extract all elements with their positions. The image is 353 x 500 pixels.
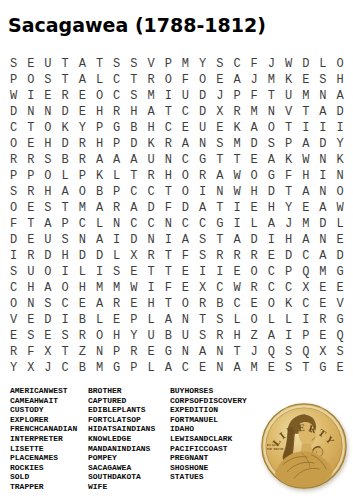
grid-cell[interactable]: O [74, 184, 91, 200]
grid-cell[interactable]: P [297, 328, 314, 344]
grid-cell[interactable]: E [211, 72, 228, 88]
grid-cell[interactable]: D [314, 216, 331, 232]
grid-cell[interactable]: D [332, 248, 349, 264]
grid-cell[interactable]: C [297, 296, 314, 312]
grid-cell[interactable]: Q [297, 264, 314, 280]
grid-cell[interactable]: O [246, 168, 263, 184]
grid-cell[interactable]: S [39, 72, 56, 88]
grid-cell[interactable]: P [125, 312, 142, 328]
grid-cell[interactable]: U [280, 88, 297, 104]
grid-cell[interactable]: I [228, 216, 245, 232]
grid-cell[interactable]: T [160, 184, 177, 200]
grid-cell[interactable]: A [91, 296, 108, 312]
grid-cell[interactable]: E [74, 104, 91, 120]
grid-cell[interactable]: G [194, 152, 211, 168]
grid-cell[interactable]: D [39, 312, 56, 328]
grid-cell[interactable]: E [228, 264, 245, 280]
grid-cell[interactable]: E [5, 328, 22, 344]
grid-cell[interactable]: T [211, 152, 228, 168]
grid-cell[interactable]: E [22, 136, 39, 152]
grid-cell[interactable]: C [263, 280, 280, 296]
grid-cell[interactable]: N [74, 232, 91, 248]
grid-cell[interactable]: R [5, 344, 22, 360]
grid-cell[interactable]: E [314, 328, 331, 344]
grid-cell[interactable]: R [194, 168, 211, 184]
grid-cell[interactable]: A [74, 72, 91, 88]
grid-cell[interactable]: N [211, 184, 228, 200]
grid-cell[interactable]: Q [263, 344, 280, 360]
grid-cell[interactable]: E [177, 120, 194, 136]
grid-cell[interactable]: D [91, 248, 108, 264]
grid-cell[interactable]: N [263, 104, 280, 120]
grid-cell[interactable]: P [108, 136, 125, 152]
grid-cell[interactable]: K [280, 72, 297, 88]
grid-cell[interactable]: R [211, 328, 228, 344]
grid-cell[interactable]: E [263, 360, 280, 376]
grid-cell[interactable]: Y [332, 136, 349, 152]
grid-cell[interactable]: R [143, 72, 160, 88]
grid-cell[interactable]: H [160, 168, 177, 184]
grid-cell[interactable]: A [143, 104, 160, 120]
grid-cell[interactable]: I [314, 168, 331, 184]
grid-cell[interactable]: R [228, 104, 245, 120]
grid-cell[interactable]: U [177, 88, 194, 104]
grid-cell[interactable]: A [314, 200, 331, 216]
grid-cell[interactable]: A [297, 232, 314, 248]
grid-cell[interactable]: O [5, 296, 22, 312]
grid-cell[interactable]: P [57, 216, 74, 232]
grid-cell[interactable]: K [91, 168, 108, 184]
grid-cell[interactable]: V [280, 104, 297, 120]
grid-cell[interactable]: K [280, 152, 297, 168]
grid-cell[interactable]: O [332, 56, 349, 72]
grid-cell[interactable]: H [332, 72, 349, 88]
grid-cell[interactable]: C [228, 56, 245, 72]
grid-cell[interactable]: I [194, 264, 211, 280]
grid-cell[interactable]: K [57, 120, 74, 136]
grid-cell[interactable]: I [228, 200, 245, 216]
grid-cell[interactable]: C [143, 184, 160, 200]
grid-cell[interactable]: R [108, 104, 125, 120]
grid-cell[interactable]: G [160, 344, 177, 360]
grid-cell[interactable]: G [263, 168, 280, 184]
grid-cell[interactable]: E [177, 280, 194, 296]
grid-cell[interactable]: S [263, 136, 280, 152]
grid-cell[interactable]: G [314, 360, 331, 376]
grid-cell[interactable]: A [263, 152, 280, 168]
grid-cell[interactable]: I [297, 120, 314, 136]
grid-cell[interactable]: A [177, 232, 194, 248]
grid-cell[interactable]: H [280, 232, 297, 248]
grid-cell[interactable]: I [263, 232, 280, 248]
grid-cell[interactable]: T [280, 120, 297, 136]
grid-cell[interactable]: M [91, 360, 108, 376]
grid-cell[interactable]: D [177, 200, 194, 216]
grid-cell[interactable]: R [22, 248, 39, 264]
grid-cell[interactable]: E [108, 312, 125, 328]
grid-cell[interactable]: U [194, 120, 211, 136]
grid-cell[interactable]: I [194, 184, 211, 200]
grid-cell[interactable]: Q [297, 344, 314, 360]
grid-cell[interactable]: R [143, 248, 160, 264]
grid-cell[interactable]: N [194, 136, 211, 152]
grid-cell[interactable]: N [160, 152, 177, 168]
grid-cell[interactable]: F [177, 248, 194, 264]
grid-cell[interactable]: P [91, 120, 108, 136]
grid-cell[interactable]: W [280, 56, 297, 72]
grid-cell[interactable]: N [211, 360, 228, 376]
grid-cell[interactable]: T [280, 184, 297, 200]
grid-cell[interactable]: T [160, 248, 177, 264]
grid-cell[interactable]: T [194, 312, 211, 328]
grid-cell[interactable]: X [194, 280, 211, 296]
grid-cell[interactable]: D [194, 88, 211, 104]
grid-cell[interactable]: N [314, 232, 331, 248]
grid-cell[interactable]: I [57, 312, 74, 328]
grid-cell[interactable]: A [314, 248, 331, 264]
grid-cell[interactable]: I [5, 248, 22, 264]
grid-cell[interactable]: E [263, 248, 280, 264]
grid-cell[interactable]: D [143, 200, 160, 216]
grid-cell[interactable]: V [143, 56, 160, 72]
grid-cell[interactable]: M [74, 200, 91, 216]
grid-cell[interactable]: D [125, 232, 142, 248]
grid-cell[interactable]: O [5, 136, 22, 152]
grid-cell[interactable]: T [211, 232, 228, 248]
grid-cell[interactable]: A [125, 152, 142, 168]
grid-cell[interactable]: Q [332, 328, 349, 344]
grid-cell[interactable]: L [332, 216, 349, 232]
grid-cell[interactable]: R [211, 248, 228, 264]
grid-cell[interactable]: N [177, 344, 194, 360]
grid-cell[interactable]: H [108, 328, 125, 344]
grid-cell[interactable]: S [211, 312, 228, 328]
grid-cell[interactable]: F [22, 344, 39, 360]
grid-cell[interactable]: E [39, 88, 56, 104]
grid-cell[interactable]: U [177, 328, 194, 344]
grid-cell[interactable]: E [143, 344, 160, 360]
grid-cell[interactable]: O [246, 312, 263, 328]
grid-cell[interactable]: S [5, 264, 22, 280]
grid-cell[interactable]: E [194, 360, 211, 376]
grid-cell[interactable]: G [108, 120, 125, 136]
grid-cell[interactable]: D [280, 248, 297, 264]
grid-cell[interactable]: F [280, 168, 297, 184]
grid-cell[interactable]: R [57, 88, 74, 104]
grid-cell[interactable]: W [125, 280, 142, 296]
grid-cell[interactable]: R [125, 344, 142, 360]
grid-cell[interactable]: S [39, 200, 56, 216]
grid-cell[interactable]: T [228, 344, 245, 360]
grid-cell[interactable]: P [108, 344, 125, 360]
grid-cell[interactable]: W [228, 184, 245, 200]
grid-cell[interactable]: J [280, 216, 297, 232]
grid-cell[interactable]: I [211, 264, 228, 280]
grid-cell[interactable]: O [263, 296, 280, 312]
grid-cell[interactable]: R [22, 152, 39, 168]
grid-cell[interactable]: E [246, 296, 263, 312]
grid-cell[interactable]: S [22, 328, 39, 344]
grid-cell[interactable]: X [211, 104, 228, 120]
grid-cell[interactable]: N [314, 152, 331, 168]
grid-cell[interactable]: E [297, 72, 314, 88]
grid-cell[interactable]: S [194, 328, 211, 344]
grid-cell[interactable]: A [125, 200, 142, 216]
grid-cell[interactable]: W [332, 200, 349, 216]
grid-cell[interactable]: I [22, 88, 39, 104]
grid-cell[interactable]: C [143, 216, 160, 232]
grid-cell[interactable]: E [177, 264, 194, 280]
grid-cell[interactable]: D [57, 104, 74, 120]
grid-cell[interactable]: T [228, 152, 245, 168]
grid-cell[interactable]: Z [74, 344, 91, 360]
grid-cell[interactable]: O [91, 88, 108, 104]
grid-cell[interactable]: L [91, 72, 108, 88]
grid-cell[interactable]: A [57, 184, 74, 200]
grid-cell[interactable]: H [246, 184, 263, 200]
grid-cell[interactable]: N [211, 344, 228, 360]
grid-cell[interactable]: M [143, 88, 160, 104]
grid-cell[interactable]: T [91, 56, 108, 72]
grid-cell[interactable]: E [22, 56, 39, 72]
grid-cell[interactable]: T [160, 264, 177, 280]
grid-cell[interactable]: M [297, 88, 314, 104]
grid-cell[interactable]: P [160, 56, 177, 72]
grid-cell[interactable]: C [177, 216, 194, 232]
grid-cell[interactable]: H [125, 104, 142, 120]
grid-cell[interactable]: I [314, 120, 331, 136]
grid-cell[interactable]: E [314, 296, 331, 312]
grid-cell[interactable]: T [263, 88, 280, 104]
grid-cell[interactable]: A [39, 216, 56, 232]
grid-cell[interactable]: V [332, 296, 349, 312]
grid-cell[interactable]: D [246, 136, 263, 152]
grid-cell[interactable]: C [108, 72, 125, 88]
grid-cell[interactable]: E [246, 200, 263, 216]
grid-cell[interactable]: U [143, 152, 160, 168]
grid-cell[interactable]: L [143, 360, 160, 376]
grid-cell[interactable]: A [228, 232, 245, 248]
grid-cell[interactable]: O [57, 280, 74, 296]
grid-cell[interactable]: A [74, 56, 91, 72]
grid-cell[interactable]: J [246, 72, 263, 88]
grid-cell[interactable]: F [177, 72, 194, 88]
grid-cell[interactable]: D [74, 248, 91, 264]
grid-cell[interactable]: E [332, 232, 349, 248]
grid-cell[interactable]: L [143, 312, 160, 328]
grid-cell[interactable]: V [5, 312, 22, 328]
grid-cell[interactable]: X [297, 280, 314, 296]
grid-cell[interactable]: O [263, 120, 280, 136]
grid-cell[interactable]: M [246, 104, 263, 120]
grid-cell[interactable]: D [57, 136, 74, 152]
grid-cell[interactable]: O [246, 264, 263, 280]
grid-cell[interactable]: N [143, 232, 160, 248]
grid-cell[interactable]: S [280, 360, 297, 376]
grid-cell[interactable]: D [332, 104, 349, 120]
grid-cell[interactable]: W [5, 88, 22, 104]
grid-cell[interactable]: P [74, 168, 91, 184]
grid-cell[interactable]: K [332, 152, 349, 168]
grid-cell[interactable]: R [74, 152, 91, 168]
grid-cell[interactable]: A [297, 136, 314, 152]
grid-cell[interactable]: F [160, 200, 177, 216]
grid-cell[interactable]: O [177, 184, 194, 200]
grid-cell[interactable]: N [22, 104, 39, 120]
grid-cell[interactable]: D [125, 136, 142, 152]
grid-cell[interactable]: I [297, 312, 314, 328]
grid-cell[interactable]: S [280, 344, 297, 360]
grid-cell[interactable]: T [125, 72, 142, 88]
grid-cell[interactable]: A [39, 280, 56, 296]
grid-cell[interactable]: H [143, 296, 160, 312]
grid-cell[interactable]: O [5, 200, 22, 216]
grid-cell[interactable]: M [177, 56, 194, 72]
grid-cell[interactable]: J [246, 344, 263, 360]
grid-cell[interactable]: H [297, 168, 314, 184]
grid-cell[interactable]: H [74, 280, 91, 296]
grid-cell[interactable]: D [297, 56, 314, 72]
grid-cell[interactable]: L [91, 216, 108, 232]
grid-cell[interactable]: U [22, 264, 39, 280]
grid-cell[interactable]: T [57, 200, 74, 216]
grid-cell[interactable]: R [246, 280, 263, 296]
grid-cell[interactable]: A [108, 152, 125, 168]
grid-cell[interactable]: O [177, 296, 194, 312]
grid-cell[interactable]: N [160, 216, 177, 232]
grid-cell[interactable]: B [125, 120, 142, 136]
grid-cell[interactable]: A [263, 328, 280, 344]
grid-cell[interactable]: S [314, 72, 331, 88]
grid-cell[interactable]: F [160, 280, 177, 296]
grid-cell[interactable]: B [74, 360, 91, 376]
grid-cell[interactable]: P [22, 168, 39, 184]
grid-cell[interactable]: X [39, 344, 56, 360]
grid-cell[interactable]: S [57, 328, 74, 344]
grid-cell[interactable]: H [228, 328, 245, 344]
grid-cell[interactable]: B [160, 328, 177, 344]
grid-cell[interactable]: T [22, 216, 39, 232]
grid-cell[interactable]: N [177, 312, 194, 328]
grid-cell[interactable]: M [246, 360, 263, 376]
grid-cell[interactable]: T [22, 120, 39, 136]
grid-cell[interactable]: S [125, 56, 142, 72]
grid-cell[interactable]: E [297, 200, 314, 216]
grid-cell[interactable]: A [211, 168, 228, 184]
grid-cell[interactable]: R [228, 248, 245, 264]
grid-cell[interactable]: K [228, 120, 245, 136]
grid-cell[interactable]: X [22, 360, 39, 376]
grid-cell[interactable]: Y [125, 328, 142, 344]
grid-cell[interactable]: C [297, 248, 314, 264]
grid-cell[interactable]: M [91, 280, 108, 296]
grid-cell[interactable]: T [143, 264, 160, 280]
grid-cell[interactable]: C [160, 120, 177, 136]
grid-cell[interactable]: A [228, 72, 245, 88]
grid-cell[interactable]: Y [74, 120, 91, 136]
grid-cell[interactable]: M [314, 264, 331, 280]
grid-cell[interactable]: T [57, 72, 74, 88]
grid-cell[interactable]: A [263, 216, 280, 232]
grid-cell[interactable]: N [91, 344, 108, 360]
grid-cell[interactable]: N [108, 216, 125, 232]
grid-cell[interactable]: P [5, 168, 22, 184]
grid-cell[interactable]: M [108, 280, 125, 296]
grid-cell[interactable]: I [332, 120, 349, 136]
grid-cell[interactable]: H [39, 136, 56, 152]
grid-cell[interactable]: E [125, 296, 142, 312]
grid-cell[interactable]: S [194, 248, 211, 264]
grid-cell[interactable]: E [74, 88, 91, 104]
grid-cell[interactable]: R [108, 200, 125, 216]
grid-cell[interactable]: F [246, 56, 263, 72]
grid-cell[interactable]: T [125, 168, 142, 184]
grid-cell[interactable]: S [5, 56, 22, 72]
grid-cell[interactable]: R [5, 152, 22, 168]
grid-cell[interactable]: P [5, 72, 22, 88]
grid-cell[interactable]: C [263, 264, 280, 280]
grid-cell[interactable]: S [39, 152, 56, 168]
grid-cell[interactable]: S [5, 184, 22, 200]
grid-cell[interactable]: R [108, 296, 125, 312]
grid-cell[interactable]: A [194, 200, 211, 216]
grid-cell[interactable]: G [332, 264, 349, 280]
grid-cell[interactable]: C [125, 216, 142, 232]
grid-cell[interactable]: D [39, 248, 56, 264]
grid-cell[interactable]: T [297, 360, 314, 376]
grid-cell[interactable]: J [211, 88, 228, 104]
grid-cell[interactable]: T [211, 200, 228, 216]
grid-cell[interactable]: A [177, 136, 194, 152]
grid-cell[interactable]: H [143, 120, 160, 136]
grid-cell[interactable]: A [314, 104, 331, 120]
grid-cell[interactable]: N [22, 296, 39, 312]
grid-cell[interactable]: D [263, 184, 280, 200]
grid-cell[interactable]: I [160, 88, 177, 104]
grid-cell[interactable]: L [280, 312, 297, 328]
grid-cell[interactable]: T [57, 56, 74, 72]
grid-cell[interactable]: E [39, 328, 56, 344]
grid-cell[interactable]: O [39, 168, 56, 184]
grid-cell[interactable]: A [91, 152, 108, 168]
grid-cell[interactable]: P [280, 136, 297, 152]
grid-cell[interactable]: R [74, 136, 91, 152]
grid-cell[interactable]: O [177, 168, 194, 184]
grid-cell[interactable]: E [22, 200, 39, 216]
grid-cell[interactable]: J [39, 360, 56, 376]
grid-cell[interactable]: L [57, 168, 74, 184]
grid-cell[interactable]: O [194, 72, 211, 88]
grid-cell[interactable]: O [91, 328, 108, 344]
grid-cell[interactable]: O [39, 120, 56, 136]
grid-cell[interactable]: E [246, 152, 263, 168]
grid-cell[interactable]: S [211, 136, 228, 152]
grid-cell[interactable]: C [194, 216, 211, 232]
grid-cell[interactable]: C [177, 104, 194, 120]
grid-cell[interactable]: C [5, 280, 22, 296]
grid-cell[interactable]: A [246, 120, 263, 136]
grid-cell[interactable]: C [108, 88, 125, 104]
grid-cell[interactable]: A [160, 312, 177, 328]
grid-cell[interactable]: G [332, 312, 349, 328]
grid-cell[interactable]: I [57, 264, 74, 280]
grid-cell[interactable]: A [194, 344, 211, 360]
grid-cell[interactable]: X [125, 248, 142, 264]
grid-cell[interactable]: D [314, 136, 331, 152]
grid-cell[interactable]: I [280, 328, 297, 344]
grid-cell[interactable]: B [211, 296, 228, 312]
grid-cell[interactable]: A [91, 232, 108, 248]
